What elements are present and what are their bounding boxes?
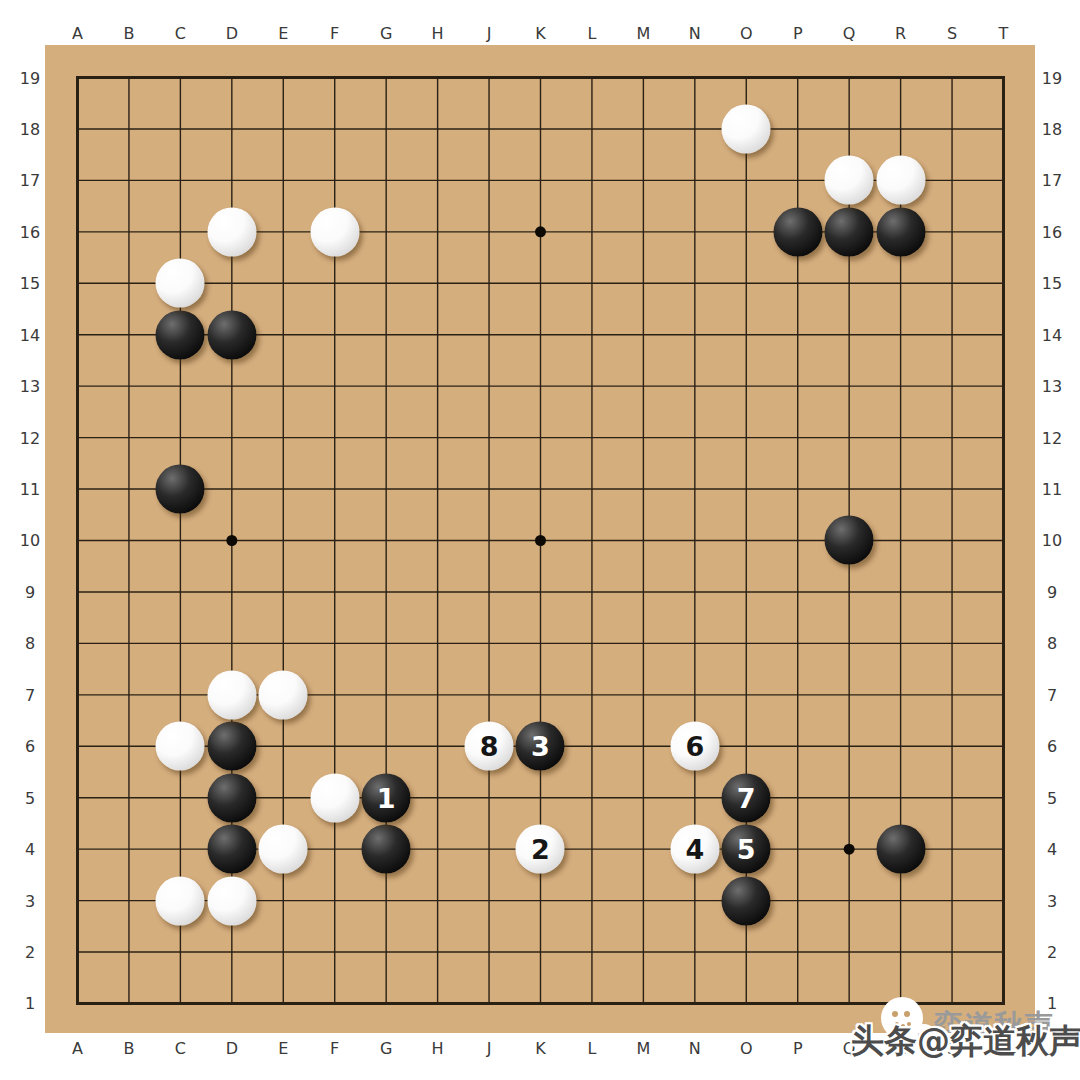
stone-white-E4 [259,825,308,874]
stone-white-C15 [156,259,205,308]
row-label-right-5: 5 [1047,788,1057,807]
row-label-right-10: 10 [1042,531,1062,550]
stone-black-G5: 1 [362,773,411,822]
row-label-right-11: 11 [1042,480,1062,499]
row-label-left-19: 19 [20,68,40,87]
star-point-K10 [535,535,546,546]
col-label-bottom-A: A [72,1039,83,1058]
col-label-top-H: H [432,24,444,43]
stone-black-O4: 5 [722,825,771,874]
col-label-bottom-E: E [278,1039,288,1058]
stone-white-J6: 8 [465,722,514,771]
row-label-left-18: 18 [20,119,40,138]
row-label-left-4: 4 [25,840,35,859]
col-label-top-S: S [947,24,957,43]
row-label-left-14: 14 [20,325,40,344]
col-label-bottom-Q: Q [843,1039,856,1058]
col-label-top-N: N [689,24,701,43]
col-label-top-P: P [793,24,803,43]
row-label-left-7: 7 [25,685,35,704]
col-label-top-R: R [895,24,906,43]
stone-white-F5 [310,773,359,822]
stone-black-C11 [156,465,205,514]
stone-white-R17 [876,156,925,205]
row-label-right-4: 4 [1047,840,1057,859]
move-number-2: 2 [531,836,550,863]
stone-black-Q16 [825,207,874,256]
row-label-right-13: 13 [1042,377,1062,396]
col-label-top-T: T [999,24,1009,43]
col-label-bottom-K: K [535,1039,546,1058]
stone-black-D5 [207,773,256,822]
row-label-left-8: 8 [25,634,35,653]
col-label-bottom-M: M [636,1039,650,1058]
row-label-right-18: 18 [1042,119,1062,138]
move-number-4: 4 [685,836,704,863]
col-label-top-F: F [330,24,339,43]
row-label-right-2: 2 [1047,943,1057,962]
row-label-right-8: 8 [1047,634,1057,653]
col-label-bottom-L: L [587,1039,596,1058]
stone-black-P16 [773,207,822,256]
move-number-7: 7 [737,784,756,811]
go-diagram-page: AABBCCDDEEFFGGHHJJKKLLMMNNOOPPQQRRSSTT19… [0,0,1080,1080]
stone-black-R4 [876,825,925,874]
row-label-right-6: 6 [1047,737,1057,756]
row-label-right-7: 7 [1047,685,1057,704]
col-label-top-J: J [487,24,492,43]
stone-black-R16 [876,207,925,256]
move-number-6: 6 [685,733,704,760]
col-label-bottom-F: F [330,1039,339,1058]
stone-white-Q17 [825,156,874,205]
stone-white-E7 [259,670,308,719]
col-label-bottom-R: R [895,1039,906,1058]
stone-white-D7 [207,670,256,719]
row-label-left-6: 6 [25,737,35,756]
star-point-K16 [535,226,546,237]
stone-black-Q10 [825,516,874,565]
stone-black-D4 [207,825,256,874]
stone-white-D16 [207,207,256,256]
row-label-left-15: 15 [20,274,40,293]
col-label-bottom-C: C [175,1039,186,1058]
col-label-bottom-J: J [487,1039,492,1058]
stone-black-C14 [156,310,205,359]
row-label-left-11: 11 [20,480,40,499]
col-label-bottom-T: T [999,1039,1009,1058]
col-label-bottom-H: H [432,1039,444,1058]
move-number-1: 1 [377,784,396,811]
col-label-bottom-S: S [947,1039,957,1058]
row-label-right-14: 14 [1042,325,1062,344]
col-label-top-B: B [123,24,134,43]
row-label-right-1: 1 [1047,994,1057,1013]
col-label-bottom-P: P [793,1039,803,1058]
row-label-left-13: 13 [20,377,40,396]
col-label-bottom-G: G [380,1039,392,1058]
stone-white-F16 [310,207,359,256]
stone-white-D3 [207,876,256,925]
col-label-top-A: A [72,24,83,43]
row-label-right-9: 9 [1047,582,1057,601]
row-label-right-17: 17 [1042,171,1062,190]
row-label-left-12: 12 [20,428,40,447]
move-number-8: 8 [480,733,499,760]
stone-white-C3 [156,876,205,925]
col-label-top-E: E [278,24,288,43]
stone-black-D6 [207,722,256,771]
col-label-bottom-O: O [740,1039,753,1058]
col-label-bottom-B: B [123,1039,134,1058]
stone-white-C6 [156,722,205,771]
row-label-left-9: 9 [25,582,35,601]
move-number-3: 3 [531,733,550,760]
col-label-top-G: G [380,24,392,43]
row-label-left-3: 3 [25,891,35,910]
row-label-left-5: 5 [25,788,35,807]
row-label-left-16: 16 [20,222,40,241]
col-label-top-K: K [535,24,546,43]
row-label-right-15: 15 [1042,274,1062,293]
row-label-right-3: 3 [1047,891,1057,910]
col-label-top-M: M [636,24,650,43]
stone-black-D14 [207,310,256,359]
row-label-left-10: 10 [20,531,40,550]
board-grid [0,0,1080,1080]
row-label-right-12: 12 [1042,428,1062,447]
col-label-bottom-D: D [226,1039,238,1058]
row-label-left-1: 1 [25,994,35,1013]
col-label-top-D: D [226,24,238,43]
stone-black-G4 [362,825,411,874]
stone-black-O3 [722,876,771,925]
stone-white-K4: 2 [516,825,565,874]
stone-black-K6: 3 [516,722,565,771]
row-label-left-17: 17 [20,171,40,190]
row-label-right-16: 16 [1042,222,1062,241]
stone-black-O5: 7 [722,773,771,822]
col-label-top-L: L [587,24,596,43]
move-number-5: 5 [737,836,756,863]
star-point-D10 [226,535,237,546]
col-label-bottom-N: N [689,1039,701,1058]
col-label-top-C: C [175,24,186,43]
stone-white-O18 [722,104,771,153]
row-label-right-19: 19 [1042,68,1062,87]
stone-white-N4: 4 [670,825,719,874]
row-label-left-2: 2 [25,943,35,962]
star-point-Q4 [844,844,855,855]
col-label-top-Q: Q [843,24,856,43]
stone-white-N6: 6 [670,722,719,771]
col-label-top-O: O [740,24,753,43]
